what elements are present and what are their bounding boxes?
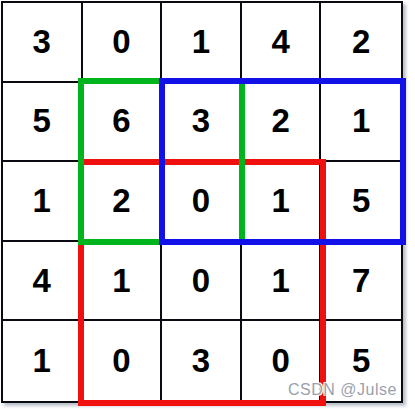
grid-cell-r2c2: 6 bbox=[83, 83, 163, 163]
grid-cell-r1c4: 4 bbox=[242, 3, 322, 83]
grid-cell-r2c1: 5 bbox=[3, 83, 83, 163]
grid-cell-r2c3: 3 bbox=[162, 83, 242, 163]
grid-cell-r5c5: 5 bbox=[321, 321, 401, 401]
grid-cell-r5c3: 3 bbox=[162, 321, 242, 401]
grid-cell-r3c3: 0 bbox=[162, 162, 242, 242]
matrix-diagram: 3014256321120154101710305 CSDN @Julse bbox=[0, 0, 415, 415]
grid-cell-r1c1: 3 bbox=[3, 3, 83, 83]
grid-cell-r3c1: 1 bbox=[3, 162, 83, 242]
grid-cell-r4c1: 4 bbox=[3, 242, 83, 322]
grid-cell-r4c5: 7 bbox=[321, 242, 401, 322]
grid-cell-r4c4: 1 bbox=[242, 242, 322, 322]
grid-cell-r2c4: 2 bbox=[242, 83, 322, 163]
grid-cell-r5c4: 0 bbox=[242, 321, 322, 401]
grid-cell-r5c2: 0 bbox=[83, 321, 163, 401]
matrix-grid: 3014256321120154101710305 bbox=[1, 1, 403, 403]
grid-cell-r1c5: 2 bbox=[321, 3, 401, 83]
grid-cell-r2c5: 1 bbox=[321, 83, 401, 163]
grid-cell-r3c5: 5 bbox=[321, 162, 401, 242]
grid-cell-r3c2: 2 bbox=[83, 162, 163, 242]
grid-cell-r1c3: 1 bbox=[162, 3, 242, 83]
grid-cell-r3c4: 1 bbox=[242, 162, 322, 242]
grid-cell-r1c2: 0 bbox=[83, 3, 163, 83]
grid-cell-r4c3: 0 bbox=[162, 242, 242, 322]
grid-cell-r5c1: 1 bbox=[3, 321, 83, 401]
grid-cell-r4c2: 1 bbox=[83, 242, 163, 322]
